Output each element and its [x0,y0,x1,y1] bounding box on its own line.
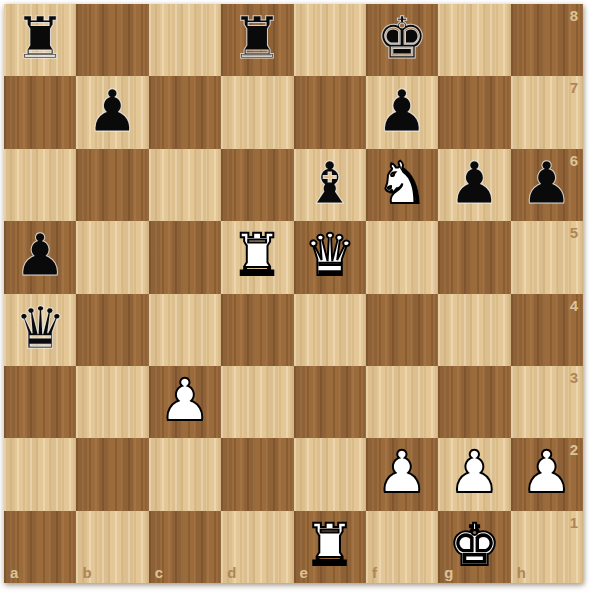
square-f3[interactable] [366,366,438,438]
square-c8[interactable] [149,4,221,76]
square-h5[interactable]: 5 [511,221,583,293]
square-g5[interactable] [438,221,510,293]
square-a5[interactable]: ♟ [4,221,76,293]
square-c6[interactable] [149,149,221,221]
file-label-f: f [372,565,377,580]
square-g7[interactable] [438,76,510,148]
rank-label-5: 5 [570,225,578,240]
square-b2[interactable] [76,438,148,510]
square-e8[interactable] [294,4,366,76]
square-e3[interactable] [294,366,366,438]
square-e7[interactable] [294,76,366,148]
black-pawn[interactable]: ♟ [376,82,428,140]
square-f2[interactable]: ♟ [366,438,438,510]
square-e2[interactable] [294,438,366,510]
square-e6[interactable]: ♝ [294,149,366,221]
chessboard: ♜♜♚8♟♟7♝♞♟6♟♟♜♛5♛4♟3♟♟2♟abcde♜fg♚1h [4,4,583,583]
square-d7[interactable] [221,76,293,148]
file-label-b: b [82,565,91,580]
square-b8[interactable] [76,4,148,76]
square-h6[interactable]: 6♟ [511,149,583,221]
black-pawn[interactable]: ♟ [521,154,573,212]
square-d2[interactable] [221,438,293,510]
square-d6[interactable] [221,149,293,221]
file-label-h: h [517,565,526,580]
square-g4[interactable] [438,294,510,366]
square-a2[interactable] [4,438,76,510]
white-queen[interactable]: ♛ [304,226,356,284]
file-label-d: d [227,565,236,580]
square-b1[interactable]: b [76,511,148,583]
square-a3[interactable] [4,366,76,438]
white-king[interactable]: ♚ [448,516,500,574]
square-e1[interactable]: e♜ [294,511,366,583]
square-c5[interactable] [149,221,221,293]
white-pawn[interactable]: ♟ [159,371,211,429]
square-d5[interactable]: ♜ [221,221,293,293]
rank-label-7: 7 [570,80,578,95]
square-g2[interactable]: ♟ [438,438,510,510]
file-label-a: a [10,565,18,580]
square-g8[interactable] [438,4,510,76]
rank-label-3: 3 [570,370,578,385]
square-f4[interactable] [366,294,438,366]
rank-label-4: 4 [570,298,578,313]
white-pawn[interactable]: ♟ [521,443,573,501]
square-d3[interactable] [221,366,293,438]
square-h8[interactable]: 8 [511,4,583,76]
white-pawn[interactable]: ♟ [448,443,500,501]
square-b5[interactable] [76,221,148,293]
square-h7[interactable]: 7 [511,76,583,148]
rank-label-8: 8 [570,8,578,23]
black-rook[interactable]: ♜ [14,9,66,67]
square-e4[interactable] [294,294,366,366]
square-f8[interactable]: ♚ [366,4,438,76]
white-rook[interactable]: ♜ [231,226,283,284]
square-a1[interactable]: a [4,511,76,583]
black-pawn[interactable]: ♟ [448,154,500,212]
square-d8[interactable]: ♜ [221,4,293,76]
square-f5[interactable] [366,221,438,293]
square-g3[interactable] [438,366,510,438]
square-c4[interactable] [149,294,221,366]
square-a8[interactable]: ♜ [4,4,76,76]
square-a4[interactable]: ♛ [4,294,76,366]
black-king[interactable]: ♚ [376,9,428,67]
square-b7[interactable]: ♟ [76,76,148,148]
square-c1[interactable]: c [149,511,221,583]
square-d1[interactable]: d [221,511,293,583]
square-f1[interactable]: f [366,511,438,583]
black-pawn[interactable]: ♟ [14,226,66,284]
square-b6[interactable] [76,149,148,221]
white-pawn[interactable]: ♟ [376,443,428,501]
square-c3[interactable]: ♟ [149,366,221,438]
square-h2[interactable]: 2♟ [511,438,583,510]
square-h3[interactable]: 3 [511,366,583,438]
square-c2[interactable] [149,438,221,510]
page-background: ♜♜♚8♟♟7♝♞♟6♟♟♜♛5♛4♟3♟♟2♟abcde♜fg♚1h [0,0,600,600]
black-bishop[interactable]: ♝ [304,154,356,212]
rank-label-1: 1 [570,515,578,530]
square-c7[interactable] [149,76,221,148]
square-g6[interactable]: ♟ [438,149,510,221]
file-label-c: c [155,565,163,580]
square-d4[interactable] [221,294,293,366]
square-g1[interactable]: g♚ [438,511,510,583]
square-f6[interactable]: ♞ [366,149,438,221]
black-rook[interactable]: ♜ [231,9,283,67]
square-a6[interactable] [4,149,76,221]
black-pawn[interactable]: ♟ [87,82,139,140]
square-b3[interactable] [76,366,148,438]
square-e5[interactable]: ♛ [294,221,366,293]
square-h4[interactable]: 4 [511,294,583,366]
square-f7[interactable]: ♟ [366,76,438,148]
white-knight[interactable]: ♞ [376,154,428,212]
black-queen[interactable]: ♛ [14,299,66,357]
square-h1[interactable]: 1h [511,511,583,583]
square-b4[interactable] [76,294,148,366]
square-a7[interactable] [4,76,76,148]
white-rook[interactable]: ♜ [304,516,356,574]
